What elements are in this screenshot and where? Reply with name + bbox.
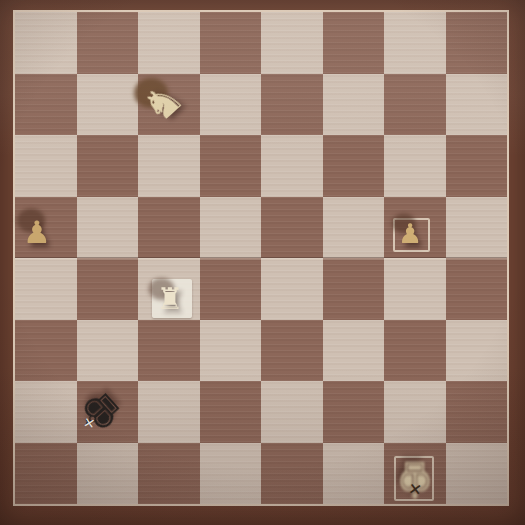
square-h3[interactable]: [446, 320, 508, 382]
square-a1[interactable]: [15, 443, 77, 505]
square-b7[interactable]: [77, 74, 139, 136]
square-e4[interactable]: [261, 258, 323, 320]
square-h5[interactable]: [446, 197, 508, 259]
square-b8[interactable]: [77, 12, 139, 74]
square-f5[interactable]: [323, 197, 385, 259]
square-d6[interactable]: [200, 135, 262, 197]
square-b5[interactable]: [77, 197, 139, 259]
square-h6[interactable]: [446, 135, 508, 197]
square-a5[interactable]: [15, 197, 77, 259]
square-c4[interactable]: [138, 258, 200, 320]
square-a2[interactable]: [15, 381, 77, 443]
square-a3[interactable]: [15, 320, 77, 382]
square-g3[interactable]: [384, 320, 446, 382]
square-b2[interactable]: [77, 381, 139, 443]
square-e1[interactable]: [261, 443, 323, 505]
square-e2[interactable]: [261, 381, 323, 443]
square-b3[interactable]: [77, 320, 139, 382]
square-a8[interactable]: [15, 12, 77, 74]
square-c5[interactable]: [138, 197, 200, 259]
square-e8[interactable]: [261, 12, 323, 74]
square-h8[interactable]: [446, 12, 508, 74]
square-h4[interactable]: [446, 258, 508, 320]
square-a6[interactable]: [15, 135, 77, 197]
square-h7[interactable]: [446, 74, 508, 136]
square-d5[interactable]: [200, 197, 262, 259]
square-e6[interactable]: [261, 135, 323, 197]
square-g6[interactable]: [384, 135, 446, 197]
chess-board: ♞♟♟♜♚✕♚✕: [13, 10, 509, 506]
square-h1[interactable]: [446, 443, 508, 505]
square-c1[interactable]: [138, 443, 200, 505]
square-e5[interactable]: [261, 197, 323, 259]
square-e3[interactable]: [261, 320, 323, 382]
square-f8[interactable]: [323, 12, 385, 74]
square-c6[interactable]: [138, 135, 200, 197]
square-d2[interactable]: [200, 381, 262, 443]
square-g8[interactable]: [384, 12, 446, 74]
square-g1[interactable]: [384, 443, 446, 505]
square-c7[interactable]: [138, 74, 200, 136]
square-f3[interactable]: [323, 320, 385, 382]
square-d3[interactable]: [200, 320, 262, 382]
square-f6[interactable]: [323, 135, 385, 197]
square-f1[interactable]: [323, 443, 385, 505]
square-c8[interactable]: [138, 12, 200, 74]
square-d7[interactable]: [200, 74, 262, 136]
square-b1[interactable]: [77, 443, 139, 505]
square-g4[interactable]: [384, 258, 446, 320]
square-g2[interactable]: [384, 381, 446, 443]
square-h2[interactable]: [446, 381, 508, 443]
square-f7[interactable]: [323, 74, 385, 136]
square-b6[interactable]: [77, 135, 139, 197]
square-g5[interactable]: [384, 197, 446, 259]
square-d8[interactable]: [200, 12, 262, 74]
square-a4[interactable]: [15, 258, 77, 320]
square-d1[interactable]: [200, 443, 262, 505]
square-c3[interactable]: [138, 320, 200, 382]
square-g7[interactable]: [384, 74, 446, 136]
square-d4[interactable]: [200, 258, 262, 320]
square-e7[interactable]: [261, 74, 323, 136]
square-f2[interactable]: [323, 381, 385, 443]
square-c2[interactable]: [138, 381, 200, 443]
square-f4[interactable]: [323, 258, 385, 320]
square-a7[interactable]: [15, 74, 77, 136]
square-b4[interactable]: [77, 258, 139, 320]
board-photo: ♞♟♟♜♚✕♚✕: [0, 0, 525, 525]
